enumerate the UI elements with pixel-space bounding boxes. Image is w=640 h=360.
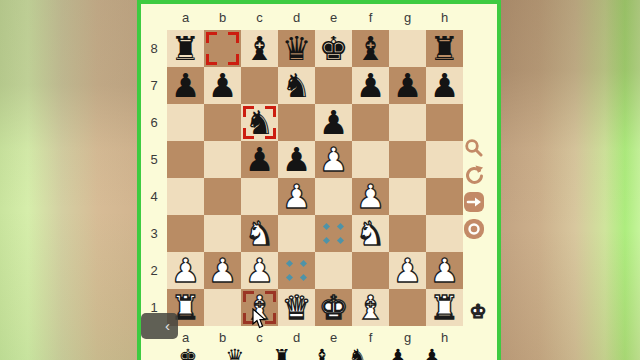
rank-label-3: 3 xyxy=(145,215,163,252)
square-d7[interactable]: ♞ xyxy=(278,67,315,104)
square-d6[interactable] xyxy=(278,104,315,141)
rank-label-8: 8 xyxy=(145,30,163,67)
square-g1[interactable] xyxy=(389,289,426,326)
square-e2[interactable] xyxy=(315,252,352,289)
white-bishop[interactable]: ♝ xyxy=(352,289,389,326)
white-knight[interactable]: ♞ xyxy=(241,215,278,252)
black-pawn[interactable]: ♟ xyxy=(389,67,426,104)
white-pawn[interactable]: ♟ xyxy=(278,178,315,215)
rank-label-4: 4 xyxy=(145,178,163,215)
square-d5[interactable]: ♟ xyxy=(278,141,315,178)
square-b7[interactable]: ♟ xyxy=(204,67,241,104)
black-rook[interactable]: ♜ xyxy=(426,30,463,67)
white-pawn[interactable]: ♟ xyxy=(167,252,204,289)
square-f8[interactable]: ♝ xyxy=(352,30,389,67)
square-d3[interactable] xyxy=(278,215,315,252)
square-g2[interactable]: ♟ xyxy=(389,252,426,289)
square-a6[interactable] xyxy=(167,104,204,141)
square-g8[interactable] xyxy=(389,30,426,67)
tray-black-king[interactable]: ♚ xyxy=(176,345,200,360)
white-knight[interactable]: ♞ xyxy=(352,215,389,252)
square-c5[interactable]: ♟ xyxy=(241,141,278,178)
square-d1[interactable]: ♛ xyxy=(278,289,315,326)
white-pawn[interactable]: ♟ xyxy=(389,252,426,289)
square-h3[interactable] xyxy=(426,215,463,252)
square-f5[interactable] xyxy=(352,141,389,178)
white-pawn[interactable]: ♟ xyxy=(241,252,278,289)
square-f6[interactable] xyxy=(352,104,389,141)
square-d2[interactable] xyxy=(278,252,315,289)
rank-label-7: 7 xyxy=(145,67,163,104)
square-a4[interactable] xyxy=(167,178,204,215)
file-label-b: b xyxy=(204,8,241,27)
black-pawn[interactable]: ♟ xyxy=(204,67,241,104)
tray-black-queen[interactable]: ♛ xyxy=(223,345,247,360)
black-queen[interactable]: ♛ xyxy=(278,30,315,67)
spare-pieces-tray: ♚♛♜♝♞♟♟ xyxy=(0,345,640,360)
chess-board: ♜♝♛♚♝♜♟♟♞♟♟♟♞♟♟♟♟♟♟♞♞♟♟♟♟♟♜♝♛♚♝♜ xyxy=(167,30,463,326)
file-label-h: h xyxy=(426,8,463,27)
white-pawn[interactable]: ♟ xyxy=(315,141,352,178)
square-a8[interactable]: ♜ xyxy=(167,30,204,67)
white-king[interactable]: ♚ xyxy=(315,289,352,326)
black-knight[interactable]: ♞ xyxy=(278,67,315,104)
square-g4[interactable] xyxy=(389,178,426,215)
black-pawn[interactable]: ♟ xyxy=(278,141,315,178)
tray-black-bishop[interactable]: ♝ xyxy=(310,345,334,360)
square-b4[interactable] xyxy=(204,178,241,215)
square-g5[interactable] xyxy=(389,141,426,178)
square-c3[interactable]: ♞ xyxy=(241,215,278,252)
square-e1[interactable]: ♚ xyxy=(315,289,352,326)
background-blur-right xyxy=(501,0,640,360)
square-f3[interactable]: ♞ xyxy=(352,215,389,252)
square-c4[interactable] xyxy=(241,178,278,215)
square-e6[interactable]: ♟ xyxy=(315,104,352,141)
square-h6[interactable] xyxy=(426,104,463,141)
square-b6[interactable] xyxy=(204,104,241,141)
square-a7[interactable]: ♟ xyxy=(167,67,204,104)
tray-black-pawn[interactable]: ♟ xyxy=(420,345,444,360)
black-bishop[interactable]: ♝ xyxy=(241,30,278,67)
file-label-c: c xyxy=(241,8,278,27)
square-b5[interactable] xyxy=(204,141,241,178)
screen: abcdefgh abcdefgh 87654321 ♜♝♛♚♝♜♟♟♞♟♟♟♞… xyxy=(0,0,640,360)
black-rook[interactable]: ♜ xyxy=(167,30,204,67)
black-pawn[interactable]: ♟ xyxy=(167,67,204,104)
square-e8[interactable]: ♚ xyxy=(315,30,352,67)
square-b8[interactable] xyxy=(204,30,241,67)
side-to-move-indicator: ♚ xyxy=(466,299,490,323)
square-c7[interactable] xyxy=(241,67,278,104)
file-label-f: f xyxy=(352,8,389,27)
background-blur-left xyxy=(0,0,137,360)
square-e4[interactable] xyxy=(315,178,352,215)
file-label-d: d xyxy=(278,8,315,27)
square-b2[interactable]: ♟ xyxy=(204,252,241,289)
settings-icon[interactable] xyxy=(463,218,485,240)
toolbar xyxy=(463,137,487,245)
collapse-back-button[interactable]: ‹ xyxy=(141,313,178,339)
white-queen[interactable]: ♛ xyxy=(278,289,315,326)
square-e3[interactable] xyxy=(315,215,352,252)
white-pawn[interactable]: ♟ xyxy=(204,252,241,289)
file-label-g: g xyxy=(389,8,426,27)
white-pawn[interactable]: ♟ xyxy=(426,252,463,289)
square-h7[interactable]: ♟ xyxy=(426,67,463,104)
white-rook[interactable]: ♜ xyxy=(426,289,463,326)
square-f2[interactable] xyxy=(352,252,389,289)
square-f7[interactable]: ♟ xyxy=(352,67,389,104)
mouse-cursor xyxy=(252,308,268,334)
rank-label-5: 5 xyxy=(145,141,163,178)
square-c2[interactable]: ♟ xyxy=(241,252,278,289)
square-h8[interactable]: ♜ xyxy=(426,30,463,67)
black-pawn[interactable]: ♟ xyxy=(352,67,389,104)
square-f4[interactable]: ♟ xyxy=(352,178,389,215)
black-pawn[interactable]: ♟ xyxy=(241,141,278,178)
file-label-e: e xyxy=(315,8,352,27)
square-b3[interactable] xyxy=(204,215,241,252)
square-e5[interactable]: ♟ xyxy=(315,141,352,178)
square-h1[interactable]: ♜ xyxy=(426,289,463,326)
white-pawn[interactable]: ♟ xyxy=(352,178,389,215)
square-a5[interactable] xyxy=(167,141,204,178)
square-a2[interactable]: ♟ xyxy=(167,252,204,289)
tray-black-pawn[interactable]: ♟ xyxy=(386,345,410,360)
rank-label-6: 6 xyxy=(145,104,163,141)
black-bishop[interactable]: ♝ xyxy=(352,30,389,67)
square-d4[interactable]: ♟ xyxy=(278,178,315,215)
square-d8[interactable]: ♛ xyxy=(278,30,315,67)
square-g7[interactable]: ♟ xyxy=(389,67,426,104)
square-c6[interactable]: ♞ xyxy=(241,104,278,141)
square-c8[interactable]: ♝ xyxy=(241,30,278,67)
square-h2[interactable]: ♟ xyxy=(426,252,463,289)
square-h5[interactable] xyxy=(426,141,463,178)
square-h4[interactable] xyxy=(426,178,463,215)
file-label-a: a xyxy=(167,8,204,27)
black-king[interactable]: ♚ xyxy=(315,30,352,67)
reset-icon[interactable] xyxy=(463,164,485,186)
square-g6[interactable] xyxy=(389,104,426,141)
square-g3[interactable] xyxy=(389,215,426,252)
square-a3[interactable] xyxy=(167,215,204,252)
tray-black-knight[interactable]: ♞ xyxy=(346,345,370,360)
forward-icon[interactable] xyxy=(463,191,485,213)
rank-label-2: 2 xyxy=(145,252,163,289)
black-pawn[interactable]: ♟ xyxy=(315,104,352,141)
square-e7[interactable] xyxy=(315,67,352,104)
black-pawn[interactable]: ♟ xyxy=(426,67,463,104)
square-b1[interactable] xyxy=(204,289,241,326)
zoom-icon[interactable] xyxy=(463,137,485,159)
tray-black-rook[interactable]: ♜ xyxy=(270,345,294,360)
square-f1[interactable]: ♝ xyxy=(352,289,389,326)
